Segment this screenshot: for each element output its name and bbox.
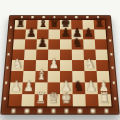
- square-b5[interactable]: [24, 50, 36, 61]
- ornament-medallion: [114, 97, 117, 100]
- square-a8[interactable]: ♜: [14, 20, 26, 30]
- square-e2[interactable]: ♟: [60, 82, 73, 94]
- square-e3[interactable]: [60, 71, 72, 82]
- square-e5[interactable]: [60, 50, 72, 61]
- square-c8[interactable]: ♝: [37, 20, 49, 30]
- piece-white-rook[interactable]: ♜: [35, 91, 46, 107]
- ornament-medallion: [112, 81, 115, 84]
- square-h2[interactable]: ♟: [97, 82, 110, 94]
- square-b7[interactable]: ♟: [25, 29, 37, 39]
- square-g6[interactable]: [83, 39, 95, 49]
- piece-black-knight[interactable]: ♞: [73, 79, 84, 95]
- ornament-medallion: [5, 81, 8, 84]
- square-b2[interactable]: ♟: [22, 82, 35, 94]
- piece-white-bishop[interactable]: ♝: [36, 68, 47, 83]
- square-a3[interactable]: [10, 71, 23, 82]
- square-h1[interactable]: ♜: [98, 94, 112, 106]
- square-b1[interactable]: [21, 94, 34, 106]
- square-b4[interactable]: [23, 60, 36, 71]
- piece-black-pawn[interactable]: ♟: [26, 27, 36, 40]
- piece-white-pawn[interactable]: ♟: [10, 79, 21, 95]
- square-g7[interactable]: ♟: [83, 29, 95, 39]
- square-f3[interactable]: [72, 71, 85, 82]
- ornament-medallion: [64, 109, 69, 114]
- piece-black-rook[interactable]: ♜: [15, 17, 25, 30]
- ornament-medallion: [77, 109, 82, 114]
- ornament-medallion: [110, 53, 113, 56]
- piece-white-queen[interactable]: ♛: [48, 91, 59, 107]
- square-g2[interactable]: ♟: [85, 82, 98, 94]
- square-d7[interactable]: [48, 29, 60, 39]
- square-c6[interactable]: ♟: [36, 39, 48, 49]
- ornament-medallion: [38, 109, 43, 114]
- square-c2[interactable]: [35, 82, 48, 94]
- square-e7[interactable]: ♟: [60, 29, 72, 39]
- ornament-medallion: [104, 109, 109, 114]
- ornament-medallion: [75, 16, 77, 18]
- piece-black-knight[interactable]: ♞: [73, 36, 83, 50]
- piece-white-pawn[interactable]: ♟: [49, 57, 59, 72]
- square-h4[interactable]: [96, 60, 109, 71]
- piece-black-pawn[interactable]: ♟: [37, 36, 47, 50]
- square-g1[interactable]: [85, 94, 98, 106]
- square-f4[interactable]: [72, 60, 84, 71]
- ornament-medallion: [86, 16, 88, 18]
- ornament-medallion: [6, 67, 9, 70]
- square-a6[interactable]: [13, 39, 25, 49]
- ornament-medallion: [24, 109, 29, 114]
- square-a4[interactable]: ♞: [11, 60, 24, 71]
- ornament-medallion: [10, 26, 13, 28]
- square-c3[interactable]: ♝: [35, 71, 48, 82]
- square-b3[interactable]: [23, 71, 36, 82]
- ornament-medallion: [111, 67, 114, 70]
- piece-white-king[interactable]: ♚: [61, 91, 72, 107]
- square-h6[interactable]: [95, 39, 107, 49]
- square-d4[interactable]: ♟: [48, 60, 60, 71]
- square-a7[interactable]: [14, 29, 26, 39]
- board-frame: ♜♝♛♚♜♟♟♟♟♟♞♞♟♞♝♟♟♟♞♟♟♜♛♚♜: [0, 15, 120, 115]
- ornament-medallion: [91, 109, 96, 114]
- piece-white-knight[interactable]: ♞: [85, 57, 96, 72]
- square-f2[interactable]: ♞: [72, 82, 85, 94]
- square-d2[interactable]: [47, 82, 60, 94]
- ornament-medallion: [51, 109, 56, 114]
- square-g4[interactable]: ♞: [84, 60, 97, 71]
- square-f5[interactable]: [72, 50, 84, 61]
- photo-background: ♜♝♛♚♜♟♟♟♟♟♞♞♟♞♝♟♟♟♞♟♟♜♛♚♜: [0, 0, 120, 120]
- square-a2[interactable]: ♟: [9, 82, 22, 94]
- piece-black-pawn[interactable]: ♟: [61, 27, 71, 40]
- ornament-medallion: [7, 53, 10, 56]
- frame-ornaments-bottom: [7, 108, 113, 113]
- square-e4[interactable]: [60, 60, 72, 71]
- square-e6[interactable]: [60, 39, 72, 49]
- square-h3[interactable]: [97, 71, 110, 82]
- piece-white-rook[interactable]: ♜: [99, 91, 111, 107]
- square-g3[interactable]: [84, 71, 97, 82]
- piece-white-pawn[interactable]: ♟: [23, 79, 34, 95]
- piece-white-pawn[interactable]: ♟: [86, 79, 97, 95]
- square-d3[interactable]: [48, 71, 60, 82]
- ornament-medallion: [108, 26, 111, 28]
- square-d6[interactable]: [48, 39, 60, 49]
- square-h5[interactable]: [95, 50, 108, 61]
- piece-white-pawn[interactable]: ♟: [98, 79, 109, 95]
- square-c1[interactable]: ♜: [34, 94, 47, 106]
- ornament-medallion: [8, 39, 11, 42]
- square-b6[interactable]: [25, 39, 37, 49]
- ornament-medallion: [3, 97, 6, 100]
- square-c4[interactable]: [36, 60, 48, 71]
- ornament-medallion: [11, 109, 16, 114]
- piece-black-queen[interactable]: ♛: [50, 17, 59, 30]
- square-f6[interactable]: ♞: [72, 39, 84, 49]
- square-h8[interactable]: ♜: [94, 20, 106, 30]
- ornament-medallion: [32, 16, 34, 18]
- piece-black-bishop[interactable]: ♝: [38, 17, 48, 30]
- square-a1[interactable]: [8, 94, 22, 106]
- piece-black-pawn[interactable]: ♟: [84, 27, 94, 40]
- chess-board[interactable]: ♜♝♛♚♜♟♟♟♟♟♞♞♟♞♝♟♟♟♞♟♟♜♛♚♜: [7, 19, 112, 107]
- board-scene: ♜♝♛♚♜♟♟♟♟♟♞♞♟♞♝♟♟♟♞♟♟♜♛♚♜: [0, 15, 120, 115]
- ornament-medallion: [109, 39, 112, 42]
- square-f1[interactable]: [73, 94, 86, 106]
- piece-black-rook[interactable]: ♜: [94, 17, 104, 30]
- square-c5[interactable]: [36, 50, 48, 61]
- piece-white-knight[interactable]: ♞: [12, 57, 23, 72]
- square-d1[interactable]: ♛: [47, 94, 60, 106]
- square-e1[interactable]: ♚: [60, 94, 73, 106]
- piece-white-pawn[interactable]: ♟: [61, 79, 71, 95]
- square-d8[interactable]: ♛: [49, 20, 60, 30]
- square-h7[interactable]: [94, 29, 106, 39]
